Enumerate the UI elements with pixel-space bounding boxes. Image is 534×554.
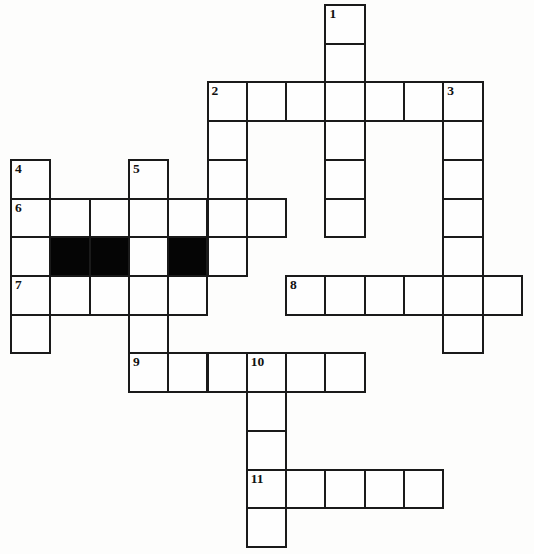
white-cell-r6-c0[interactable]: [10, 236, 51, 277]
white-cell-r5-c6[interactable]: [246, 198, 287, 239]
white-cell-r5-c5[interactable]: [207, 198, 248, 239]
white-cell-r2-c11[interactable]: 3: [442, 81, 483, 122]
white-cell-r9-c8[interactable]: [324, 352, 365, 393]
white-cell-r5-c0[interactable]: 6: [10, 198, 51, 239]
white-cell-r5-c4[interactable]: [167, 198, 208, 239]
white-cell-r0-c8[interactable]: 1: [324, 4, 365, 45]
white-cell-r7-c8[interactable]: [324, 275, 365, 316]
white-cell-r5-c8[interactable]: [324, 198, 365, 239]
white-cell-r8-c3[interactable]: [128, 314, 169, 355]
white-cell-r9-c7[interactable]: [285, 352, 326, 393]
white-cell-r7-c7[interactable]: 8: [285, 275, 326, 316]
white-cell-r4-c3[interactable]: 5: [128, 159, 169, 200]
white-cell-r3-c11[interactable]: [442, 120, 483, 161]
white-cell-r12-c7[interactable]: [285, 469, 326, 510]
white-cell-r6-c5[interactable]: [207, 236, 248, 277]
white-cell-r5-c1[interactable]: [49, 198, 90, 239]
white-cell-r5-c2[interactable]: [89, 198, 130, 239]
white-cell-r2-c5[interactable]: 2: [207, 81, 248, 122]
white-cell-r3-c8[interactable]: [324, 120, 365, 161]
white-cell-r13-c6[interactable]: [246, 507, 287, 548]
white-cell-r1-c8[interactable]: [324, 43, 365, 84]
white-cell-r5-c3[interactable]: [128, 198, 169, 239]
clue-number-8: 8: [290, 277, 297, 292]
clue-number-5: 5: [133, 161, 140, 176]
clue-number-7: 7: [15, 277, 22, 292]
clue-number-4: 4: [15, 161, 22, 176]
black-cell-r6-c1: [49, 236, 90, 277]
clue-number-1: 1: [329, 6, 336, 21]
white-cell-r2-c8[interactable]: [324, 81, 365, 122]
white-cell-r7-c10[interactable]: [403, 275, 444, 316]
white-cell-r9-c3[interactable]: 9: [128, 352, 169, 393]
white-cell-r4-c11[interactable]: [442, 159, 483, 200]
clue-number-10: 10: [251, 354, 265, 369]
white-cell-r12-c9[interactable]: [364, 469, 405, 510]
white-cell-r7-c1[interactable]: [49, 275, 90, 316]
clue-number-11: 11: [251, 471, 264, 486]
white-cell-r10-c6[interactable]: [246, 391, 287, 432]
white-cell-r4-c5[interactable]: [207, 159, 248, 200]
white-cell-r11-c6[interactable]: [246, 430, 287, 471]
white-cell-r4-c8[interactable]: [324, 159, 365, 200]
white-cell-r7-c4[interactable]: [167, 275, 208, 316]
black-cell-r6-c4: [167, 236, 208, 277]
clue-number-9: 9: [133, 354, 140, 369]
white-cell-r7-c0[interactable]: 7: [10, 275, 51, 316]
clue-number-3: 3: [447, 83, 454, 98]
crossword-board: 1234567891011: [0, 0, 534, 554]
white-cell-r2-c7[interactable]: [285, 81, 326, 122]
white-cell-r8-c11[interactable]: [442, 314, 483, 355]
white-cell-r9-c6[interactable]: 10: [246, 352, 287, 393]
white-cell-r7-c3[interactable]: [128, 275, 169, 316]
white-cell-r6-c3[interactable]: [128, 236, 169, 277]
white-cell-r6-c11[interactable]: [442, 236, 483, 277]
white-cell-r9-c5[interactable]: [207, 352, 248, 393]
clue-number-6: 6: [15, 200, 22, 215]
white-cell-r8-c0[interactable]: [10, 314, 51, 355]
white-cell-r12-c10[interactable]: [403, 469, 444, 510]
clue-number-2: 2: [212, 83, 219, 98]
white-cell-r9-c4[interactable]: [167, 352, 208, 393]
white-cell-r12-c8[interactable]: [324, 469, 365, 510]
white-cell-r5-c11[interactable]: [442, 198, 483, 239]
white-cell-r7-c11[interactable]: [442, 275, 483, 316]
white-cell-r2-c10[interactable]: [403, 81, 444, 122]
white-cell-r12-c6[interactable]: 11: [246, 469, 287, 510]
white-cell-r7-c2[interactable]: [89, 275, 130, 316]
white-cell-r2-c6[interactable]: [246, 81, 287, 122]
white-cell-r2-c9[interactable]: [364, 81, 405, 122]
white-cell-r3-c5[interactable]: [207, 120, 248, 161]
black-cell-r6-c2: [89, 236, 130, 277]
white-cell-r7-c12[interactable]: [482, 275, 523, 316]
white-cell-r4-c0[interactable]: 4: [10, 159, 51, 200]
white-cell-r7-c9[interactable]: [364, 275, 405, 316]
